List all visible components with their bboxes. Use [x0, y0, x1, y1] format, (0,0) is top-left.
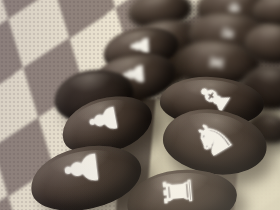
- pawn-glyph: ♟: [58, 146, 106, 191]
- knight-glyph: ♞: [185, 110, 241, 168]
- rook-glyph: ♜: [158, 173, 199, 210]
- pebble-chess-photo: ♚ ♛ ♜ ♟ ♟ ♝ ♞ ♟ ♜ ♟: [0, 0, 280, 210]
- rook-glyph-faint: ♜: [207, 54, 227, 72]
- pawn-glyph: ♟: [83, 101, 124, 140]
